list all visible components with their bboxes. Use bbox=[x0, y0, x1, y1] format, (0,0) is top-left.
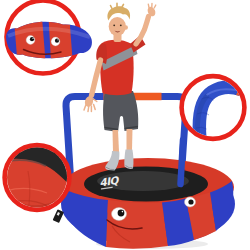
callout-pad-detail bbox=[3, 144, 71, 212]
scene: 4IQ bbox=[0, 0, 250, 250]
left-eye-glint bbox=[122, 211, 124, 213]
handlebar-right-post-front bbox=[181, 140, 184, 184]
product-photo: 4IQ bbox=[0, 0, 250, 250]
ear bbox=[124, 25, 128, 29]
left-calf bbox=[113, 130, 120, 153]
left-pupil bbox=[118, 210, 125, 217]
right-pupil bbox=[188, 199, 193, 204]
right-calf bbox=[127, 129, 133, 150]
head bbox=[109, 17, 126, 36]
right-eye-dot bbox=[120, 24, 122, 26]
left-eye-dot bbox=[113, 24, 115, 26]
